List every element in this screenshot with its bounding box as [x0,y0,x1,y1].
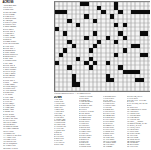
down-clue-column-1: DOWN 1 Tear apart2 Hosp. scan3 Actress G… [54,96,78,150]
crossword-page: { "game": "crossword", "grid": { "rows_v… [0,0,150,150]
down-col-3: 64 Desk item, briefly81 Clear tables94 I… [127,96,151,149]
down-col-0: 1 Tear apart2 Hosp. scan3 Actress Garr4 … [54,99,78,146]
clue-line: 70 Droops down [79,146,103,148]
copyright-caption: (c) 2009 Syndicated puzzle — all rights … [54,92,116,94]
clue-line: 106 Transmit [103,146,127,148]
across-list: 1 Road map abbr.5 Fit to a tee9 Casual t… [3,4,52,150]
crossword-grid [54,1,151,92]
down-col-2: 51 Mekong native71 Story starter72 Gen. … [103,96,127,149]
clue-line: 127 Lyric verse [127,146,151,148]
down-col-1: 6 Whatever person35 Pale shade36 Roman r… [79,96,103,149]
down-clue-column-4: 64 Desk item, briefly81 Clear tables94 I… [127,96,151,150]
across-clue-column: ACROSS 1 Road map abbr.5 Fit to a tee9 C… [3,1,52,150]
clue-line: 32 Skirt edge [54,144,78,146]
clue-line: 123 Makes a lap [3,149,52,150]
down-clue-column-3: 51 Mekong native71 Story starter72 Gen. … [103,96,127,150]
down-clue-column-2: 6 Whatever person35 Pale shade36 Roman r… [79,96,103,150]
white-cell[interactable] [148,87,150,91]
